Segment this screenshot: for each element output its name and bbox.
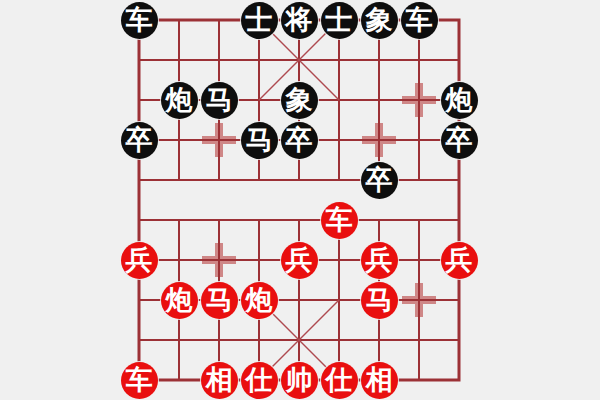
piece-red-cannon[interactable]: 炮	[161, 282, 198, 319]
piece-black-soldier[interactable]: 卒	[361, 162, 398, 199]
piece-black-horse[interactable]: 马	[201, 82, 238, 119]
piece-black-cannon[interactable]: 炮	[161, 82, 198, 119]
piece-black-soldier[interactable]: 卒	[281, 122, 318, 159]
piece-black-general[interactable]: 将	[281, 2, 318, 39]
piece-red-soldier[interactable]: 兵	[281, 242, 318, 279]
piece-red-cannon[interactable]: 炮	[241, 282, 278, 319]
piece-red-soldier[interactable]: 兵	[441, 242, 478, 279]
piece-black-advisor[interactable]: 士	[241, 2, 278, 39]
xiangqi-app: 车士将士象车炮马象炮卒马卒卒卒车兵兵兵兵炮马炮马车相仕帅仕相	[0, 0, 600, 400]
piece-red-advisor[interactable]: 仕	[321, 362, 358, 399]
piece-black-soldier[interactable]: 卒	[121, 122, 158, 159]
xiangqi-board[interactable]: 车士将士象车炮马象炮卒马卒卒卒车兵兵兵兵炮马炮马车相仕帅仕相	[119, 0, 479, 400]
last-move-marker	[199, 240, 239, 280]
piece-black-elephant[interactable]: 象	[281, 82, 318, 119]
piece-red-elephant[interactable]: 相	[201, 362, 238, 399]
piece-black-horse[interactable]: 马	[241, 122, 278, 159]
piece-black-soldier[interactable]: 卒	[441, 122, 478, 159]
last-move-marker	[199, 120, 239, 160]
piece-black-chariot[interactable]: 车	[401, 2, 438, 39]
piece-red-chariot[interactable]: 车	[121, 362, 158, 399]
piece-red-advisor[interactable]: 仕	[241, 362, 278, 399]
piece-red-soldier[interactable]: 兵	[361, 242, 398, 279]
last-move-marker	[399, 280, 439, 320]
last-move-marker	[359, 120, 399, 160]
piece-red-general[interactable]: 帅	[281, 362, 318, 399]
last-move-marker	[399, 80, 439, 120]
piece-red-soldier[interactable]: 兵	[121, 242, 158, 279]
piece-black-advisor[interactable]: 士	[321, 2, 358, 39]
piece-black-cannon[interactable]: 炮	[441, 82, 478, 119]
piece-red-chariot[interactable]: 车	[321, 202, 358, 239]
piece-black-chariot[interactable]: 车	[121, 2, 158, 39]
piece-red-elephant[interactable]: 相	[361, 362, 398, 399]
piece-black-elephant[interactable]: 象	[361, 2, 398, 39]
piece-red-horse[interactable]: 马	[201, 282, 238, 319]
piece-red-horse[interactable]: 马	[361, 282, 398, 319]
